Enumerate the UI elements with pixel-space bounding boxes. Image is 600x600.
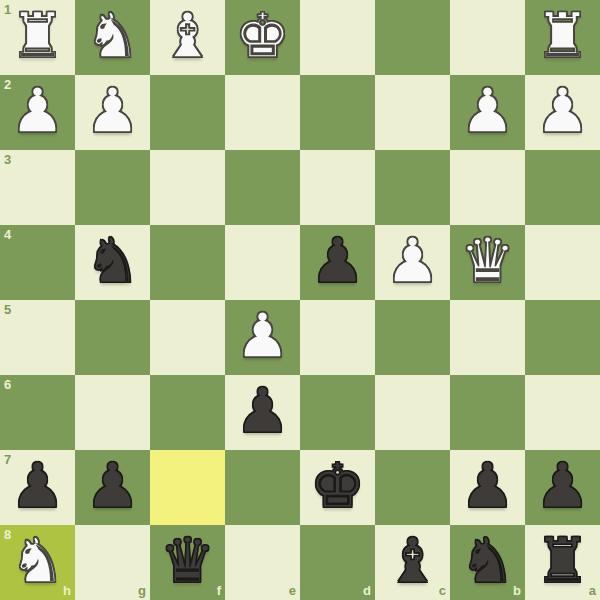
square-f2[interactable] bbox=[150, 75, 225, 150]
piece-black-pawn[interactable]: ♟ bbox=[525, 450, 600, 525]
square-h4[interactable]: 4 bbox=[0, 225, 75, 300]
square-d3[interactable] bbox=[300, 150, 375, 225]
piece-white-pawn[interactable]: ♟ bbox=[0, 75, 75, 150]
square-f5[interactable] bbox=[150, 300, 225, 375]
square-f7[interactable] bbox=[150, 450, 225, 525]
piece-black-bishop[interactable]: ♝ bbox=[375, 525, 450, 600]
square-d6[interactable] bbox=[300, 375, 375, 450]
piece-black-rook[interactable]: ♜ bbox=[525, 525, 600, 600]
square-c2[interactable] bbox=[375, 75, 450, 150]
piece-white-pawn[interactable]: ♟ bbox=[375, 225, 450, 300]
piece-black-pawn[interactable]: ♟ bbox=[450, 450, 525, 525]
piece-black-pawn[interactable]: ♟ bbox=[75, 450, 150, 525]
coordinate-file-d: d bbox=[363, 584, 371, 597]
square-d4[interactable]: ♟ bbox=[300, 225, 375, 300]
square-g7[interactable]: ♟ bbox=[75, 450, 150, 525]
square-c8[interactable]: ♝c bbox=[375, 525, 450, 600]
piece-white-rook[interactable]: ♜ bbox=[0, 0, 75, 75]
square-a5[interactable] bbox=[525, 300, 600, 375]
coordinate-rank-6: 6 bbox=[4, 378, 11, 391]
piece-white-rook[interactable]: ♜ bbox=[525, 0, 600, 75]
square-e3[interactable] bbox=[225, 150, 300, 225]
square-c3[interactable] bbox=[375, 150, 450, 225]
square-h8[interactable]: ♞8h bbox=[0, 525, 75, 600]
square-c5[interactable] bbox=[375, 300, 450, 375]
square-f1[interactable]: ♝ bbox=[150, 0, 225, 75]
square-b2[interactable]: ♟ bbox=[450, 75, 525, 150]
square-c1[interactable] bbox=[375, 0, 450, 75]
piece-white-knight[interactable]: ♞ bbox=[75, 0, 150, 75]
square-f4[interactable] bbox=[150, 225, 225, 300]
square-f6[interactable] bbox=[150, 375, 225, 450]
square-g3[interactable] bbox=[75, 150, 150, 225]
square-f8[interactable]: ♛f bbox=[150, 525, 225, 600]
square-e6[interactable]: ♟ bbox=[225, 375, 300, 450]
piece-white-king[interactable]: ♚ bbox=[225, 0, 300, 75]
square-c4[interactable]: ♟ bbox=[375, 225, 450, 300]
piece-black-king[interactable]: ♚ bbox=[300, 450, 375, 525]
chess-board: ♜1♞♝♚♜♟2♟♟♟34♞♟♟♛5♟6♟♟7♟♚♟♟♞8hg♛fed♝c♞b♜… bbox=[0, 0, 600, 600]
square-a2[interactable]: ♟ bbox=[525, 75, 600, 150]
square-d8[interactable]: d bbox=[300, 525, 375, 600]
square-d7[interactable]: ♚ bbox=[300, 450, 375, 525]
square-b5[interactable] bbox=[450, 300, 525, 375]
square-e7[interactable] bbox=[225, 450, 300, 525]
coordinate-rank-3: 3 bbox=[4, 153, 11, 166]
square-e2[interactable] bbox=[225, 75, 300, 150]
square-g2[interactable]: ♟ bbox=[75, 75, 150, 150]
square-h5[interactable]: 5 bbox=[0, 300, 75, 375]
square-f3[interactable] bbox=[150, 150, 225, 225]
square-a4[interactable] bbox=[525, 225, 600, 300]
square-a7[interactable]: ♟ bbox=[525, 450, 600, 525]
piece-white-pawn[interactable]: ♟ bbox=[225, 300, 300, 375]
piece-black-pawn[interactable]: ♟ bbox=[300, 225, 375, 300]
square-h7[interactable]: ♟7 bbox=[0, 450, 75, 525]
square-a3[interactable] bbox=[525, 150, 600, 225]
square-h1[interactable]: ♜1 bbox=[0, 0, 75, 75]
square-d5[interactable] bbox=[300, 300, 375, 375]
piece-black-knight[interactable]: ♞ bbox=[450, 525, 525, 600]
square-h2[interactable]: ♟2 bbox=[0, 75, 75, 150]
piece-white-knight[interactable]: ♞ bbox=[0, 525, 75, 600]
square-b1[interactable] bbox=[450, 0, 525, 75]
square-e1[interactable]: ♚ bbox=[225, 0, 300, 75]
square-c6[interactable] bbox=[375, 375, 450, 450]
square-g4[interactable]: ♞ bbox=[75, 225, 150, 300]
square-a8[interactable]: ♜a bbox=[525, 525, 600, 600]
piece-white-bishop[interactable]: ♝ bbox=[150, 0, 225, 75]
square-a1[interactable]: ♜ bbox=[525, 0, 600, 75]
piece-white-queen[interactable]: ♛ bbox=[450, 225, 525, 300]
square-e8[interactable]: e bbox=[225, 525, 300, 600]
square-b7[interactable]: ♟ bbox=[450, 450, 525, 525]
square-h6[interactable]: 6 bbox=[0, 375, 75, 450]
square-b6[interactable] bbox=[450, 375, 525, 450]
piece-black-pawn[interactable]: ♟ bbox=[0, 450, 75, 525]
square-d2[interactable] bbox=[300, 75, 375, 150]
square-e5[interactable]: ♟ bbox=[225, 300, 300, 375]
square-g8[interactable]: g bbox=[75, 525, 150, 600]
piece-white-pawn[interactable]: ♟ bbox=[525, 75, 600, 150]
piece-white-pawn[interactable]: ♟ bbox=[450, 75, 525, 150]
square-e4[interactable] bbox=[225, 225, 300, 300]
piece-white-pawn[interactable]: ♟ bbox=[75, 75, 150, 150]
piece-black-queen[interactable]: ♛ bbox=[150, 525, 225, 600]
square-h3[interactable]: 3 bbox=[0, 150, 75, 225]
square-g1[interactable]: ♞ bbox=[75, 0, 150, 75]
coordinate-rank-4: 4 bbox=[4, 228, 11, 241]
square-d1[interactable] bbox=[300, 0, 375, 75]
square-b4[interactable]: ♛ bbox=[450, 225, 525, 300]
coordinate-file-g: g bbox=[138, 584, 146, 597]
square-g6[interactable] bbox=[75, 375, 150, 450]
piece-black-knight[interactable]: ♞ bbox=[75, 225, 150, 300]
square-a6[interactable] bbox=[525, 375, 600, 450]
square-c7[interactable] bbox=[375, 450, 450, 525]
piece-black-pawn[interactable]: ♟ bbox=[225, 375, 300, 450]
square-b8[interactable]: ♞b bbox=[450, 525, 525, 600]
coordinate-rank-5: 5 bbox=[4, 303, 11, 316]
square-g5[interactable] bbox=[75, 300, 150, 375]
coordinate-file-e: e bbox=[289, 584, 296, 597]
square-b3[interactable] bbox=[450, 150, 525, 225]
